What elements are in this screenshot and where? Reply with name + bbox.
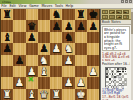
- square-d1[interactable]: ♛: [38, 89, 50, 100]
- square-b4[interactable]: ♟: [13, 55, 25, 66]
- square-f5[interactable]: ♞: [62, 43, 74, 54]
- square-h1[interactable]: [87, 89, 99, 100]
- square-d7[interactable]: [38, 20, 50, 31]
- square-f2[interactable]: ♟: [62, 77, 74, 88]
- piece-black-pawn[interactable]: ♟: [52, 21, 61, 32]
- piece-black-king[interactable]: ♚: [89, 9, 98, 20]
- piece-white-pawn[interactable]: ♟: [76, 77, 85, 88]
- toolbar-button-5[interactable]: ≡: [109, 15, 115, 19]
- piece-white-bishop[interactable]: ♝: [39, 66, 48, 77]
- square-b8[interactable]: [13, 9, 25, 20]
- square-a3[interactable]: [1, 66, 13, 77]
- square-f8[interactable]: [62, 9, 74, 20]
- square-a4[interactable]: [1, 55, 13, 66]
- square-a2[interactable]: [1, 77, 13, 88]
- square-f1[interactable]: [62, 89, 74, 100]
- sidebar-toolbar: |◀◀▶▶|+≡★?: [101, 9, 133, 20]
- piece-black-pawn[interactable]: ♟: [76, 21, 85, 32]
- sidebar-panel: |◀◀▶▶|+≡★? BookNotes White's pieces are …: [100, 9, 133, 100]
- square-c2[interactable]: ✕: [26, 77, 38, 88]
- menu-item-help[interactable]: Help: [66, 4, 74, 8]
- tab-notes[interactable]: Notes: [111, 20, 120, 24]
- analysis-line-2: 17...Bxf1 18.Qxf1 Qd7: [102, 96, 130, 100]
- piece-black-pawn[interactable]: ♟: [2, 43, 11, 54]
- piece-white-pawn[interactable]: ♟: [89, 66, 98, 77]
- square-e8[interactable]: ♞: [50, 9, 62, 20]
- analysis-footer[interactable]: 17.Nxg7 Nxg7 18.Qh5 Rg8 17...Bxf1 18.Qxf…: [102, 88, 130, 100]
- piece-white-pawn[interactable]: ♟: [64, 55, 73, 66]
- minimize-button[interactable]: [121, 0, 124, 3]
- square-h6[interactable]: [87, 32, 99, 43]
- square-e2[interactable]: [50, 77, 62, 88]
- toolbar-button-0[interactable]: |◀: [102, 10, 108, 14]
- square-h3[interactable]: ♟: [87, 66, 99, 77]
- maximize-button[interactable]: [125, 0, 128, 3]
- piece-black-knight[interactable]: ♞: [52, 9, 61, 20]
- square-f4[interactable]: ♟: [62, 55, 74, 66]
- square-d8[interactable]: [38, 9, 50, 20]
- square-h8[interactable]: ♚: [87, 9, 99, 20]
- toolbar-button-3[interactable]: ▶|: [123, 10, 129, 14]
- close-button[interactable]: [129, 0, 132, 3]
- sidebar-tabs: BookNotes: [101, 20, 133, 25]
- square-e4[interactable]: [50, 55, 62, 66]
- diagram-caption: Position after 16...Kh8: [102, 62, 130, 66]
- square-g5[interactable]: [75, 43, 87, 54]
- square-b7[interactable]: [13, 20, 25, 31]
- tab-book[interactable]: Book: [102, 20, 110, 24]
- piece-white-king[interactable]: ♚: [76, 89, 85, 100]
- square-b1[interactable]: [13, 89, 25, 100]
- square-g7[interactable]: ♟: [75, 20, 87, 31]
- square-g8[interactable]: ♜: [75, 9, 87, 20]
- piece-black-pawn[interactable]: ♟: [64, 21, 73, 32]
- moves-line[interactable]: 1.d4 d5 2.c4 c6 3.Nc3 Nf6 4.e3 e6 5.Nf3 …: [102, 52, 130, 61]
- square-g2[interactable]: ♟: [75, 77, 87, 88]
- window-title: Chess: [2, 0, 11, 3]
- annotation-text: White's pieces are poised for a kingside…: [104, 28, 128, 51]
- menu-item-view[interactable]: View: [18, 4, 26, 8]
- square-e5[interactable]: ♟: [50, 43, 62, 54]
- square-b5[interactable]: [13, 43, 25, 54]
- piece-white-knight[interactable]: ♞: [39, 55, 48, 66]
- square-b2[interactable]: ♟: [13, 77, 25, 88]
- square-c5[interactable]: [26, 43, 38, 54]
- toolbar-button-7[interactable]: ?: [123, 15, 129, 19]
- square-e1[interactable]: ♜: [50, 89, 62, 100]
- piece-black-pawn[interactable]: ♟: [39, 43, 48, 54]
- piece-black-queen[interactable]: ♛: [27, 21, 36, 32]
- menu-item-moves[interactable]: Moves: [41, 4, 52, 8]
- piece-black-pawn[interactable]: ♟: [15, 55, 24, 66]
- piece-white-rook[interactable]: ♜: [2, 89, 11, 100]
- square-e7[interactable]: ♟: [50, 20, 62, 31]
- square-a5[interactable]: ♟: [1, 43, 13, 54]
- training-marker-icon: ✕: [28, 75, 35, 84]
- annotation-panel[interactable]: White's pieces are poised for a kingside…: [102, 26, 130, 51]
- piece-black-pawn[interactable]: ♟: [89, 21, 98, 32]
- chess-app-window: { "window": { "title": "Chess", "control…: [0, 0, 133, 100]
- mini-diagram-board: [105, 67, 126, 88]
- square-d5[interactable]: ♟: [38, 43, 50, 54]
- piece-white-pawn[interactable]: ♟: [64, 77, 73, 88]
- piece-black-pawn[interactable]: ♟: [27, 32, 36, 43]
- chess-board[interactable]: ♜♞♜♚♛♟♟♟♟♝♟♞♟♟♟♞♟♞♟♟♝♟♟✕♟♟♜♝♛♜♚: [1, 9, 100, 100]
- square-h5[interactable]: [87, 43, 99, 54]
- piece-white-bishop[interactable]: ♝: [27, 89, 36, 100]
- piece-black-knight[interactable]: ♞: [64, 32, 73, 43]
- square-d3[interactable]: ♝: [38, 66, 50, 77]
- square-c1[interactable]: ♝: [26, 89, 38, 100]
- square-a1[interactable]: ♜: [1, 89, 13, 100]
- square-e3[interactable]: [50, 66, 62, 77]
- piece-white-knight[interactable]: ♞: [64, 43, 73, 54]
- piece-black-rook[interactable]: ♜: [2, 9, 11, 20]
- square-g6[interactable]: [75, 32, 87, 43]
- board-area: ♜♞♜♚♛♟♟♟♟♝♟♞♟♟♟♞♟♞♟♟♝♟♟✕♟♟♜♝♛♜♚: [0, 9, 100, 100]
- square-h2[interactable]: [87, 77, 99, 88]
- sidebar-scrollbar[interactable]: [131, 9, 133, 100]
- piece-black-bishop[interactable]: ♝: [2, 32, 11, 43]
- square-b6[interactable]: [13, 32, 25, 43]
- square-c6[interactable]: ♟: [26, 32, 38, 43]
- square-h7[interactable]: ♟: [87, 20, 99, 31]
- toolbar-button-1[interactable]: ◀: [109, 10, 115, 14]
- scrollbar-thumb[interactable]: [131, 12, 133, 34]
- piece-white-pawn[interactable]: ♟: [52, 43, 61, 54]
- square-c8[interactable]: [26, 9, 38, 20]
- piece-white-rook[interactable]: ♜: [52, 89, 61, 100]
- square-d2[interactable]: [38, 77, 50, 88]
- piece-black-rook[interactable]: ♜: [76, 9, 85, 20]
- toolbar-button-2[interactable]: ▶: [116, 10, 122, 14]
- toolbar-button-4[interactable]: +: [102, 15, 108, 19]
- piece-white-pawn[interactable]: ♟: [15, 77, 24, 88]
- square-g4[interactable]: [75, 55, 87, 66]
- square-a8[interactable]: ♜: [1, 9, 13, 20]
- piece-white-queen[interactable]: ♛: [39, 89, 48, 100]
- menu-item-game[interactable]: Game: [29, 4, 39, 8]
- toolbar-button-6[interactable]: ★: [116, 15, 122, 19]
- square-g1[interactable]: ♚: [75, 89, 87, 100]
